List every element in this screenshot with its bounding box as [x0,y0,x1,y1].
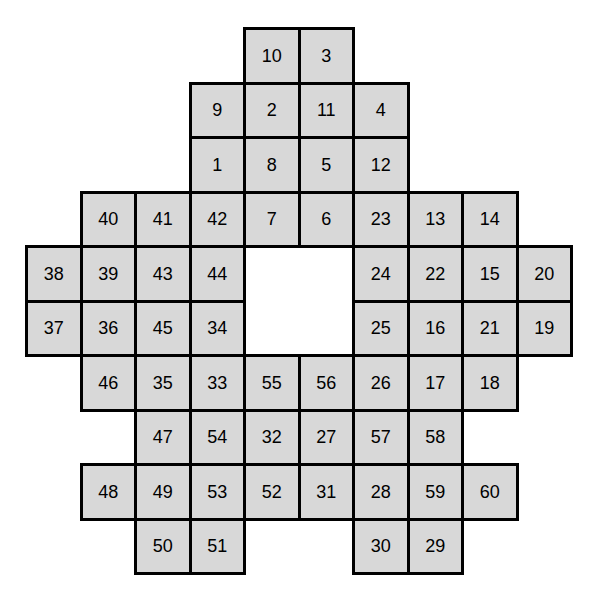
grid-cell[interactable]: 54 [189,409,247,467]
grid-cell[interactable]: 16 [407,300,465,358]
grid-cell[interactable]: 21 [461,300,519,358]
grid-cell[interactable]: 20 [516,245,574,303]
grid-cell[interactable]: 55 [243,354,301,412]
grid-cell[interactable]: 31 [298,463,356,521]
grid-cell[interactable]: 45 [134,300,192,358]
grid-cell[interactable]: 3 [298,27,356,85]
grid-cell[interactable]: 6 [298,191,356,249]
grid-cell[interactable]: 51 [189,518,247,576]
grid-cell[interactable]: 35 [134,354,192,412]
grid-cell[interactable]: 11 [298,82,356,140]
grid-cell[interactable]: 39 [80,245,138,303]
grid-cell[interactable]: 9 [189,82,247,140]
hidato-board: 1039211418512404142762313143839434424221… [25,27,570,572]
grid-cell[interactable]: 7 [243,191,301,249]
grid-cell[interactable]: 53 [189,463,247,521]
grid-cell[interactable]: 59 [407,463,465,521]
grid-cell[interactable]: 19 [516,300,574,358]
grid-cell[interactable]: 57 [352,409,410,467]
grid-cell[interactable]: 50 [134,518,192,576]
grid-cell[interactable]: 25 [352,300,410,358]
grid-cell[interactable]: 41 [134,191,192,249]
grid-cell[interactable]: 14 [461,191,519,249]
grid-cell[interactable]: 48 [80,463,138,521]
grid-cell[interactable]: 10 [243,27,301,85]
grid-cell[interactable]: 26 [352,354,410,412]
grid-cell[interactable]: 13 [407,191,465,249]
grid-cell[interactable]: 47 [134,409,192,467]
grid-cell[interactable]: 40 [80,191,138,249]
grid-cell[interactable]: 5 [298,136,356,194]
grid-cell[interactable]: 44 [189,245,247,303]
grid-cell[interactable]: 34 [189,300,247,358]
grid-cell[interactable]: 32 [243,409,301,467]
grid-cell[interactable]: 33 [189,354,247,412]
grid-cell[interactable]: 4 [352,82,410,140]
grid-cell[interactable]: 43 [134,245,192,303]
grid-cell[interactable]: 30 [352,518,410,576]
grid-cell[interactable]: 60 [461,463,519,521]
grid-cell[interactable]: 12 [352,136,410,194]
grid-cell[interactable]: 23 [352,191,410,249]
grid-cell[interactable]: 58 [407,409,465,467]
grid-cell[interactable]: 56 [298,354,356,412]
grid-cell[interactable]: 27 [298,409,356,467]
grid-cell[interactable]: 22 [407,245,465,303]
grid-cell[interactable]: 17 [407,354,465,412]
grid-cell[interactable]: 28 [352,463,410,521]
grid-cell[interactable]: 52 [243,463,301,521]
grid-cell[interactable]: 49 [134,463,192,521]
grid-cell[interactable]: 36 [80,300,138,358]
grid-cell[interactable]: 29 [407,518,465,576]
grid-cell[interactable]: 37 [25,300,83,358]
grid-cell[interactable]: 2 [243,82,301,140]
grid-cell[interactable]: 38 [25,245,83,303]
grid-cell[interactable]: 42 [189,191,247,249]
grid-cell[interactable]: 24 [352,245,410,303]
grid-cell[interactable]: 15 [461,245,519,303]
grid-cell[interactable]: 46 [80,354,138,412]
grid-cell[interactable]: 8 [243,136,301,194]
grid-cell[interactable]: 18 [461,354,519,412]
grid-cell[interactable]: 1 [189,136,247,194]
